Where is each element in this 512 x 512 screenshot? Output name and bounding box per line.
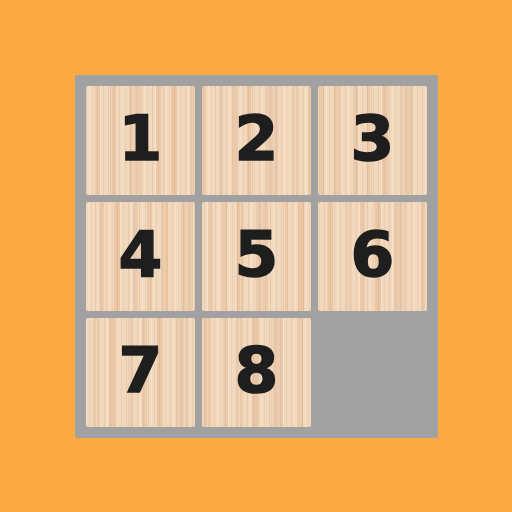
tile-2-label: 2 [235,107,279,170]
tile-4-label: 4 [119,223,163,286]
tile-5-label: 5 [235,223,279,286]
empty-cell [318,318,427,427]
tile-1-label: 1 [119,107,163,170]
app-background: 1 2 3 4 5 6 7 8 [0,0,512,512]
tile-8-label: 8 [235,339,279,402]
tile-8[interactable]: 8 [202,318,311,427]
tile-6-label: 6 [351,223,395,286]
tile-4[interactable]: 4 [86,202,195,311]
tile-7[interactable]: 7 [86,318,195,427]
tile-6[interactable]: 6 [318,202,427,311]
tile-5[interactable]: 5 [202,202,311,311]
tile-7-label: 7 [119,339,163,402]
tile-3[interactable]: 3 [318,86,427,195]
tile-1[interactable]: 1 [86,86,195,195]
tile-2[interactable]: 2 [202,86,311,195]
tile-3-label: 3 [351,107,395,170]
puzzle-board: 1 2 3 4 5 6 7 8 [75,75,438,438]
puzzle-grid: 1 2 3 4 5 6 7 8 [86,86,427,427]
